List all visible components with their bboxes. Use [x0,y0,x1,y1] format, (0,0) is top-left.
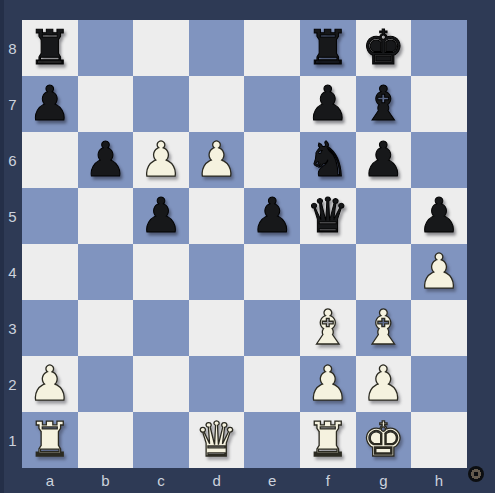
square-g1[interactable]: ♚ [356,412,412,468]
square-d4[interactable] [189,244,245,300]
file-label-e: e [244,468,300,493]
square-e3[interactable] [244,300,300,356]
square-h1[interactable] [411,412,467,468]
square-e7[interactable] [244,76,300,132]
piece-white-king[interactable]: ♚ [362,415,405,463]
square-c7[interactable] [133,76,189,132]
square-e6[interactable] [244,132,300,188]
square-a1[interactable]: ♜ [22,412,78,468]
square-c4[interactable] [133,244,189,300]
board[interactable]: ♜♜♚♟♟♝♟♟♟♞♟♟♟♛♟♟♝♝♟♟♟♜♛♜♚ [22,20,467,468]
square-a2[interactable]: ♟ [22,356,78,412]
piece-black-queen[interactable]: ♛ [306,191,349,239]
square-e8[interactable] [244,20,300,76]
square-a3[interactable] [22,300,78,356]
square-d6[interactable]: ♟ [189,132,245,188]
piece-black-pawn[interactable]: ♟ [417,191,460,239]
square-b2[interactable] [78,356,134,412]
rank-label-7: 7 [0,76,22,132]
piece-black-pawn[interactable]: ♟ [306,79,349,127]
square-c8[interactable] [133,20,189,76]
square-h5[interactable]: ♟ [411,188,467,244]
square-f3[interactable]: ♝ [300,300,356,356]
square-h6[interactable] [411,132,467,188]
square-d2[interactable] [189,356,245,412]
square-a5[interactable] [22,188,78,244]
square-d1[interactable]: ♛ [189,412,245,468]
square-h2[interactable] [411,356,467,412]
file-label-f: f [300,468,356,493]
square-g7[interactable]: ♝ [356,76,412,132]
piece-black-pawn[interactable]: ♟ [28,79,71,127]
piece-black-pawn[interactable]: ♟ [84,135,127,183]
square-c2[interactable] [133,356,189,412]
piece-black-pawn[interactable]: ♟ [139,191,182,239]
rank-label-2: 2 [0,356,22,412]
square-f5[interactable]: ♛ [300,188,356,244]
piece-black-pawn[interactable]: ♟ [362,135,405,183]
file-label-c: c [133,468,189,493]
piece-white-rook[interactable]: ♜ [306,415,349,463]
square-d5[interactable] [189,188,245,244]
square-b8[interactable] [78,20,134,76]
square-a8[interactable]: ♜ [22,20,78,76]
square-e4[interactable] [244,244,300,300]
rank-label-6: 6 [0,132,22,188]
square-g4[interactable] [356,244,412,300]
piece-white-queen[interactable]: ♛ [195,415,238,463]
square-d8[interactable] [189,20,245,76]
square-g8[interactable]: ♚ [356,20,412,76]
square-a4[interactable] [22,244,78,300]
square-f1[interactable]: ♜ [300,412,356,468]
square-e5[interactable]: ♟ [244,188,300,244]
square-a6[interactable] [22,132,78,188]
rank-label-3: 3 [0,300,22,356]
rank-labels: 87654321 [0,20,22,468]
square-b4[interactable] [78,244,134,300]
square-f8[interactable]: ♜ [300,20,356,76]
piece-white-bishop[interactable]: ♝ [306,303,349,351]
chess-board-window: 87654321 ♜♜♚♟♟♝♟♟♟♞♟♟♟♛♟♟♝♝♟♟♟♜♛♜♚ abcde… [0,0,495,493]
square-f4[interactable] [300,244,356,300]
piece-black-king[interactable]: ♚ [362,23,405,71]
square-g3[interactable]: ♝ [356,300,412,356]
rank-label-4: 4 [0,244,22,300]
square-b3[interactable] [78,300,134,356]
piece-black-rook[interactable]: ♜ [28,23,71,71]
rank-label-8: 8 [0,20,22,76]
square-h4[interactable]: ♟ [411,244,467,300]
piece-white-pawn[interactable]: ♟ [139,135,182,183]
square-c5[interactable]: ♟ [133,188,189,244]
rank-label-5: 5 [0,188,22,244]
square-b5[interactable] [78,188,134,244]
square-g2[interactable]: ♟ [356,356,412,412]
rank-label-1: 1 [0,412,22,468]
square-b6[interactable]: ♟ [78,132,134,188]
square-g5[interactable] [356,188,412,244]
piece-black-bishop[interactable]: ♝ [362,79,405,127]
file-label-h: h [411,468,467,493]
square-b7[interactable] [78,76,134,132]
square-h8[interactable] [411,20,467,76]
file-label-d: d [189,468,245,493]
file-labels: abcdefgh [22,468,467,493]
square-e1[interactable] [244,412,300,468]
square-c1[interactable] [133,412,189,468]
piece-white-pawn[interactable]: ♟ [195,135,238,183]
move-indicator-icon[interactable] [468,466,484,482]
square-a7[interactable]: ♟ [22,76,78,132]
square-g6[interactable]: ♟ [356,132,412,188]
piece-black-knight[interactable]: ♞ [306,135,349,183]
piece-white-pawn[interactable]: ♟ [28,359,71,407]
square-f6[interactable]: ♞ [300,132,356,188]
piece-white-pawn[interactable]: ♟ [417,247,460,295]
file-label-g: g [356,468,412,493]
square-c6[interactable]: ♟ [133,132,189,188]
square-h7[interactable] [411,76,467,132]
piece-white-pawn[interactable]: ♟ [362,359,405,407]
file-label-b: b [78,468,134,493]
square-b1[interactable] [78,412,134,468]
piece-white-bishop[interactable]: ♝ [362,303,405,351]
square-c3[interactable] [133,300,189,356]
square-h3[interactable] [411,300,467,356]
square-f2[interactable]: ♟ [300,356,356,412]
square-e2[interactable] [244,356,300,412]
piece-black-rook[interactable]: ♜ [306,23,349,71]
piece-white-rook[interactable]: ♜ [28,415,71,463]
piece-black-pawn[interactable]: ♟ [251,191,294,239]
square-f7[interactable]: ♟ [300,76,356,132]
piece-white-pawn[interactable]: ♟ [306,359,349,407]
square-d3[interactable] [189,300,245,356]
file-label-a: a [22,468,78,493]
square-d7[interactable] [189,76,245,132]
